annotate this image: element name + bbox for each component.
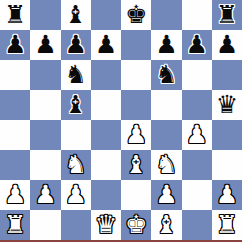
white-pawn[interactable]: ♟ (216, 182, 238, 207)
square-e5[interactable] (121, 90, 151, 120)
square-f6[interactable]: ♞ (151, 60, 181, 90)
square-e3[interactable]: ♝ (121, 150, 151, 180)
square-e1[interactable]: ♚ (121, 210, 151, 240)
square-c5[interactable]: ♝ (61, 90, 91, 120)
white-bishop[interactable]: ♝ (155, 212, 177, 237)
chess-app: ♜♝♚♜♟♟♟♟♟♟♟♞♞♝♛♟♟♞♝♞♟♟♟♟♟♜♛♚♝♜ (0, 0, 242, 242)
square-a4[interactable] (0, 120, 30, 150)
black-pawn[interactable]: ♟ (34, 32, 56, 57)
square-b7[interactable]: ♟ (30, 30, 60, 60)
square-c7[interactable]: ♟ (61, 30, 91, 60)
square-h1[interactable]: ♜ (212, 210, 242, 240)
square-f2[interactable]: ♟ (151, 180, 181, 210)
square-g3[interactable] (182, 150, 212, 180)
black-pawn[interactable]: ♟ (4, 32, 26, 57)
square-b2[interactable]: ♟ (30, 180, 60, 210)
black-queen[interactable]: ♛ (216, 92, 238, 117)
square-g4[interactable]: ♟ (182, 120, 212, 150)
square-g7[interactable]: ♟ (182, 30, 212, 60)
white-knight[interactable]: ♞ (64, 152, 86, 177)
square-g2[interactable] (182, 180, 212, 210)
black-pawn[interactable]: ♟ (95, 32, 117, 57)
square-g6[interactable] (182, 60, 212, 90)
square-h3[interactable] (212, 150, 242, 180)
black-bishop[interactable]: ♝ (64, 2, 86, 27)
square-c1[interactable] (61, 210, 91, 240)
square-h5[interactable]: ♛ (212, 90, 242, 120)
square-a5[interactable] (0, 90, 30, 120)
black-knight[interactable]: ♞ (155, 62, 177, 87)
square-f4[interactable] (151, 120, 181, 150)
square-h8[interactable]: ♜ (212, 0, 242, 30)
square-a7[interactable]: ♟ (0, 30, 30, 60)
black-rook[interactable]: ♜ (4, 2, 26, 27)
square-d1[interactable]: ♛ (91, 210, 121, 240)
white-knight[interactable]: ♞ (155, 152, 177, 177)
square-a8[interactable]: ♜ (0, 0, 30, 30)
square-h7[interactable]: ♟ (212, 30, 242, 60)
square-d7[interactable]: ♟ (91, 30, 121, 60)
square-f5[interactable] (151, 90, 181, 120)
black-pawn[interactable]: ♟ (155, 32, 177, 57)
square-h2[interactable]: ♟ (212, 180, 242, 210)
square-d8[interactable] (91, 0, 121, 30)
square-f8[interactable] (151, 0, 181, 30)
white-rook[interactable]: ♜ (4, 212, 26, 237)
black-pawn[interactable]: ♟ (185, 32, 207, 57)
square-c6[interactable]: ♞ (61, 60, 91, 90)
square-d3[interactable] (91, 150, 121, 180)
white-queen[interactable]: ♛ (95, 212, 117, 237)
square-b1[interactable] (30, 210, 60, 240)
square-b8[interactable] (30, 0, 60, 30)
black-rook[interactable]: ♜ (216, 2, 238, 27)
square-c3[interactable]: ♞ (61, 150, 91, 180)
white-king[interactable]: ♚ (125, 212, 147, 237)
white-pawn[interactable]: ♟ (125, 122, 147, 147)
square-c4[interactable] (61, 120, 91, 150)
white-pawn[interactable]: ♟ (4, 182, 26, 207)
square-d5[interactable] (91, 90, 121, 120)
square-e7[interactable] (121, 30, 151, 60)
square-b5[interactable] (30, 90, 60, 120)
square-f1[interactable]: ♝ (151, 210, 181, 240)
square-a1[interactable]: ♜ (0, 210, 30, 240)
square-f7[interactable]: ♟ (151, 30, 181, 60)
square-f3[interactable]: ♞ (151, 150, 181, 180)
white-pawn[interactable]: ♟ (64, 182, 86, 207)
white-rook[interactable]: ♜ (216, 212, 238, 237)
chessboard: ♜♝♚♜♟♟♟♟♟♟♟♞♞♝♛♟♟♞♝♞♟♟♟♟♟♜♛♚♝♜ (0, 0, 242, 240)
square-g8[interactable] (182, 0, 212, 30)
white-bishop[interactable]: ♝ (125, 152, 147, 177)
white-pawn[interactable]: ♟ (155, 182, 177, 207)
square-b4[interactable] (30, 120, 60, 150)
square-b3[interactable] (30, 150, 60, 180)
square-c2[interactable]: ♟ (61, 180, 91, 210)
square-d6[interactable] (91, 60, 121, 90)
square-g1[interactable] (182, 210, 212, 240)
square-e4[interactable]: ♟ (121, 120, 151, 150)
square-h6[interactable] (212, 60, 242, 90)
square-d4[interactable] (91, 120, 121, 150)
black-bishop[interactable]: ♝ (64, 92, 86, 117)
square-e2[interactable] (121, 180, 151, 210)
square-d2[interactable] (91, 180, 121, 210)
square-a3[interactable] (0, 150, 30, 180)
square-a2[interactable]: ♟ (0, 180, 30, 210)
square-e8[interactable]: ♚ (121, 0, 151, 30)
square-a6[interactable] (0, 60, 30, 90)
black-pawn[interactable]: ♟ (64, 32, 86, 57)
white-pawn[interactable]: ♟ (185, 122, 207, 147)
black-pawn[interactable]: ♟ (216, 32, 238, 57)
black-knight[interactable]: ♞ (64, 62, 86, 87)
black-king[interactable]: ♚ (125, 2, 147, 27)
square-e6[interactable] (121, 60, 151, 90)
square-h4[interactable] (212, 120, 242, 150)
square-c8[interactable]: ♝ (61, 0, 91, 30)
square-g5[interactable] (182, 90, 212, 120)
square-b6[interactable] (30, 60, 60, 90)
white-pawn[interactable]: ♟ (34, 182, 56, 207)
